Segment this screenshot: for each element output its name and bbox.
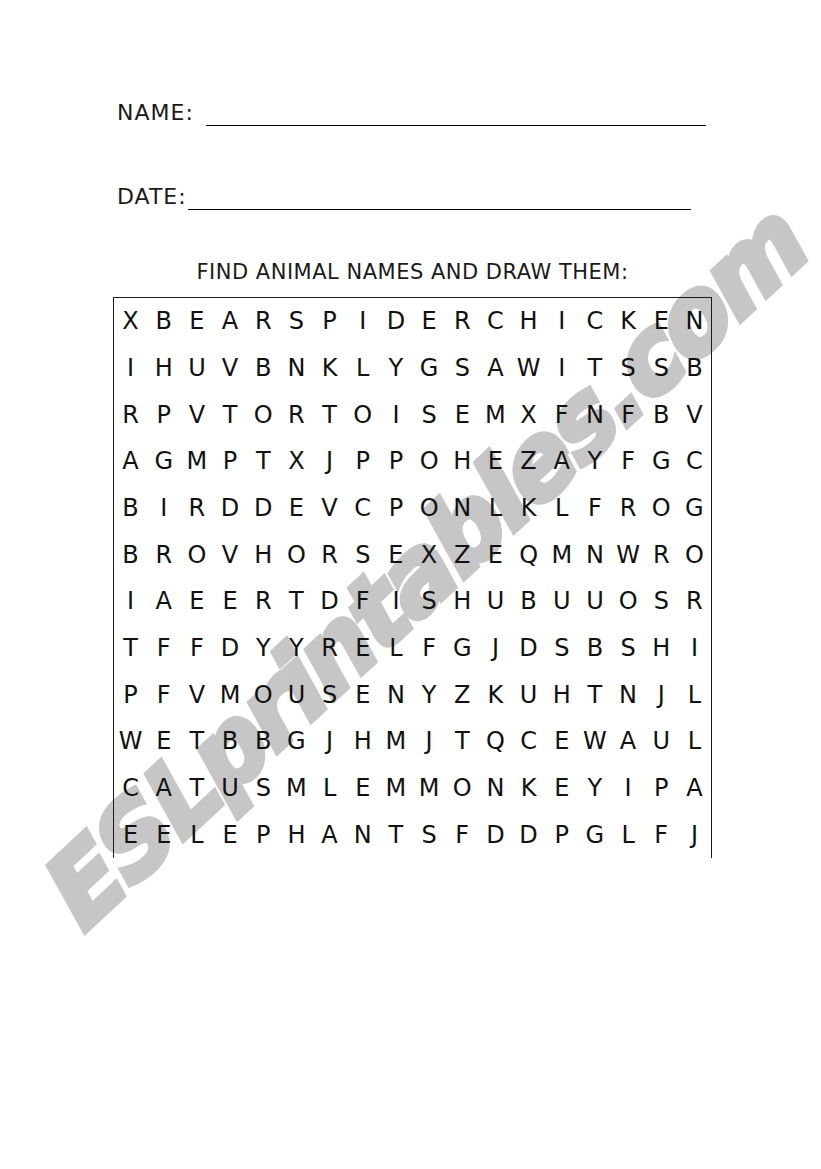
grid-cell-r5c18[interactable]: G (678, 485, 711, 532)
grid-cell-r1c18[interactable]: N (678, 298, 711, 345)
grid-cell-r8c7[interactable]: R (313, 625, 346, 672)
name-input-line[interactable] (206, 100, 706, 126)
grid-cell-r7c16[interactable]: O (612, 578, 645, 625)
grid-cell-r12c10[interactable]: S (413, 811, 446, 858)
grid-cell-r9c16[interactable]: N (612, 671, 645, 718)
grid-cell-r10c14[interactable]: E (545, 718, 578, 765)
grid-cell-r6c2[interactable]: R (147, 531, 180, 578)
grid-cell-r9c14[interactable]: H (545, 671, 578, 718)
grid-cell-r12c11[interactable]: F (446, 811, 479, 858)
grid-cell-r2c9[interactable]: Y (379, 345, 412, 392)
grid-cell-r8c4[interactable]: D (214, 625, 247, 672)
grid-cell-r2c7[interactable]: K (313, 345, 346, 392)
grid-cell-r10c15[interactable]: W (578, 718, 611, 765)
grid-cell-r4c4[interactable]: P (214, 438, 247, 485)
grid-cell-r1c11[interactable]: R (446, 298, 479, 345)
grid-cell-r7c2[interactable]: A (147, 578, 180, 625)
grid-cell-r9c11[interactable]: Z (446, 671, 479, 718)
grid-cell-r12c9[interactable]: T (379, 811, 412, 858)
grid-cell-r6c6[interactable]: O (280, 531, 313, 578)
grid-cell-r2c18[interactable]: B (678, 345, 711, 392)
grid-cell-r3c14[interactable]: F (545, 391, 578, 438)
grid-cell-r10c1[interactable]: W (114, 718, 147, 765)
grid-cell-r11c16[interactable]: I (612, 765, 645, 812)
grid-cell-r4c18[interactable]: C (678, 438, 711, 485)
grid-cell-r1c3[interactable]: E (180, 298, 213, 345)
worksheet-page: ESLprintables.com NAME: DATE: FIND ANIMA… (0, 0, 821, 1169)
grid-cell-r5c9[interactable]: P (379, 485, 412, 532)
grid-cell-r1c2[interactable]: B (147, 298, 180, 345)
date-field-row: DATE: (117, 184, 691, 210)
grid-cell-r2c14[interactable]: I (545, 345, 578, 392)
grid-cell-r4c5[interactable]: T (247, 438, 280, 485)
grid-cell-r12c16[interactable]: L (612, 811, 645, 858)
grid-cell-r5c10[interactable]: O (413, 485, 446, 532)
grid-cell-r5c14[interactable]: L (545, 485, 578, 532)
grid-cell-r7c6[interactable]: T (280, 578, 313, 625)
grid-cell-r4c9[interactable]: P (379, 438, 412, 485)
grid-cell-r10c9[interactable]: M (379, 718, 412, 765)
grid-cell-r3c15[interactable]: N (578, 391, 611, 438)
grid-cell-r1c1[interactable]: X (114, 298, 147, 345)
grid-cell-r3c11[interactable]: E (446, 391, 479, 438)
grid-cell-r4c16[interactable]: F (612, 438, 645, 485)
grid-cell-r9c4[interactable]: M (214, 671, 247, 718)
grid-cell-r8c1[interactable]: T (114, 625, 147, 672)
grid-cell-r2c17[interactable]: S (645, 345, 678, 392)
grid-cell-r6c8[interactable]: S (346, 531, 379, 578)
grid-cell-r8c13[interactable]: D (512, 625, 545, 672)
worksheet-content: NAME: DATE: FIND ANIMAL NAMES AND DRAW T… (0, 0, 821, 1169)
grid-cell-r6c16[interactable]: W (612, 531, 645, 578)
grid-cell-r11c17[interactable]: P (645, 765, 678, 812)
grid-cell-r6c3[interactable]: O (180, 531, 213, 578)
grid-cell-r10c12[interactable]: Q (479, 718, 512, 765)
grid-cell-r12c17[interactable]: F (645, 811, 678, 858)
grid-cell-r8c16[interactable]: S (612, 625, 645, 672)
grid-cell-r7c9[interactable]: I (379, 578, 412, 625)
grid-cell-r4c7[interactable]: J (313, 438, 346, 485)
grid-cell-r6c4[interactable]: V (214, 531, 247, 578)
grid-cell-r12c1[interactable]: E (114, 811, 147, 858)
grid-cell-r10c6[interactable]: G (280, 718, 313, 765)
grid-cell-r7c1[interactable]: I (114, 578, 147, 625)
grid-cell-r11c1[interactable]: C (114, 765, 147, 812)
grid-cell-r11c13[interactable]: K (512, 765, 545, 812)
grid-cell-r4c6[interactable]: X (280, 438, 313, 485)
grid-cell-r4c10[interactable]: O (413, 438, 446, 485)
grid-cell-r3c8[interactable]: O (346, 391, 379, 438)
grid-cell-r11c7[interactable]: L (313, 765, 346, 812)
grid-cell-r11c3[interactable]: T (180, 765, 213, 812)
grid-cell-r3c1[interactable]: R (114, 391, 147, 438)
grid-cell-r7c10[interactable]: S (413, 578, 446, 625)
grid-cell-r5c15[interactable]: F (578, 485, 611, 532)
grid-cell-r1c8[interactable]: I (346, 298, 379, 345)
grid-cell-r1c4[interactable]: A (214, 298, 247, 345)
grid-cell-r1c16[interactable]: K (612, 298, 645, 345)
grid-cell-r2c6[interactable]: N (280, 345, 313, 392)
date-label: DATE: (117, 186, 187, 210)
grid-cell-r5c5[interactable]: D (247, 485, 280, 532)
grid-cell-r9c5[interactable]: O (247, 671, 280, 718)
word-search-grid: XBEARSPIDERCHICKENIHUVBNKLYGSAWITSSBRPVT… (113, 297, 712, 858)
grid-cell-r6c14[interactable]: M (545, 531, 578, 578)
grid-cell-r6c11[interactable]: Z (446, 531, 479, 578)
grid-cell-r5c4[interactable]: D (214, 485, 247, 532)
grid-cell-r2c10[interactable]: G (413, 345, 446, 392)
grid-cell-r7c3[interactable]: E (180, 578, 213, 625)
grid-cell-r2c13[interactable]: W (512, 345, 545, 392)
grid-cell-r8c6[interactable]: Y (280, 625, 313, 672)
grid-cell-r9c2[interactable]: F (147, 671, 180, 718)
grid-cell-r8c17[interactable]: H (645, 625, 678, 672)
grid-cell-r4c15[interactable]: Y (578, 438, 611, 485)
grid-cell-r9c8[interactable]: E (346, 671, 379, 718)
grid-cell-r7c15[interactable]: U (578, 578, 611, 625)
grid-cell-r1c10[interactable]: E (413, 298, 446, 345)
grid-cell-r10c18[interactable]: L (678, 718, 711, 765)
grid-cell-r8c9[interactable]: L (379, 625, 412, 672)
grid-cell-r9c18[interactable]: L (678, 671, 711, 718)
grid-cell-r9c13[interactable]: U (512, 671, 545, 718)
grid-cell-r2c1[interactable]: I (114, 345, 147, 392)
grid-cell-r6c17[interactable]: R (645, 531, 678, 578)
grid-cell-r8c2[interactable]: F (147, 625, 180, 672)
grid-cell-r10c11[interactable]: T (446, 718, 479, 765)
grid-cell-r2c8[interactable]: L (346, 345, 379, 392)
grid-cell-r10c2[interactable]: E (147, 718, 180, 765)
name-field-row: NAME: (117, 100, 706, 126)
grid-cell-r9c6[interactable]: U (280, 671, 313, 718)
grid-cell-r2c3[interactable]: U (180, 345, 213, 392)
grid-cell-r10c16[interactable]: A (612, 718, 645, 765)
grid-cell-r5c12[interactable]: L (479, 485, 512, 532)
grid-cell-r11c8[interactable]: E (346, 765, 379, 812)
grid-cell-r1c5[interactable]: R (247, 298, 280, 345)
grid-cell-r4c3[interactable]: M (180, 438, 213, 485)
grid-cell-r8c11[interactable]: G (446, 625, 479, 672)
grid-cell-r12c14[interactable]: P (545, 811, 578, 858)
grid-cell-r11c9[interactable]: M (379, 765, 412, 812)
grid-cell-r12c6[interactable]: H (280, 811, 313, 858)
grid-cell-r3c6[interactable]: R (280, 391, 313, 438)
grid-cell-r11c14[interactable]: E (545, 765, 578, 812)
grid-cell-r8c14[interactable]: S (545, 625, 578, 672)
grid-cell-r4c13[interactable]: Z (512, 438, 545, 485)
grid-cell-r5c13[interactable]: K (512, 485, 545, 532)
grid-cell-r8c3[interactable]: F (180, 625, 213, 672)
grid-cell-r7c14[interactable]: U (545, 578, 578, 625)
grid-cell-r3c2[interactable]: P (147, 391, 180, 438)
grid-cell-r12c15[interactable]: G (578, 811, 611, 858)
grid-cell-r4c2[interactable]: G (147, 438, 180, 485)
grid-cell-r12c12[interactable]: D (479, 811, 512, 858)
grid-cell-r1c6[interactable]: S (280, 298, 313, 345)
grid-cell-r11c6[interactable]: M (280, 765, 313, 812)
grid-cell-r9c1[interactable]: P (114, 671, 147, 718)
grid-cell-r1c13[interactable]: H (512, 298, 545, 345)
grid-cell-r7c8[interactable]: F (346, 578, 379, 625)
grid-cell-r7c13[interactable]: B (512, 578, 545, 625)
grid-cell-r5c16[interactable]: R (612, 485, 645, 532)
grid-cell-r4c1[interactable]: A (114, 438, 147, 485)
grid-cell-r3c7[interactable]: T (313, 391, 346, 438)
grid-cell-r12c13[interactable]: D (512, 811, 545, 858)
grid-cell-r2c2[interactable]: H (147, 345, 180, 392)
grid-cell-r12c5[interactable]: P (247, 811, 280, 858)
grid-cell-r9c9[interactable]: N (379, 671, 412, 718)
grid-cell-r1c12[interactable]: C (479, 298, 512, 345)
grid-cell-r2c5[interactable]: B (247, 345, 280, 392)
grid-cell-r7c5[interactable]: R (247, 578, 280, 625)
grid-cell-r5c17[interactable]: O (645, 485, 678, 532)
grid-cell-r11c2[interactable]: A (147, 765, 180, 812)
grid-cell-r8c10[interactable]: F (413, 625, 446, 672)
grid-cell-r3c13[interactable]: X (512, 391, 545, 438)
grid-cell-r11c18[interactable]: A (678, 765, 711, 812)
grid-cell-r7c11[interactable]: H (446, 578, 479, 625)
grid-cell-r12c18[interactable]: J (678, 811, 711, 858)
grid-cell-r4c8[interactable]: P (346, 438, 379, 485)
grid-cell-r7c17[interactable]: S (645, 578, 678, 625)
grid-cell-r2c12[interactable]: A (479, 345, 512, 392)
grid-cell-r9c3[interactable]: V (180, 671, 213, 718)
grid-cell-r11c11[interactable]: O (446, 765, 479, 812)
grid-cell-r1c7[interactable]: P (313, 298, 346, 345)
grid-cell-r7c4[interactable]: E (214, 578, 247, 625)
grid-cell-r6c5[interactable]: H (247, 531, 280, 578)
grid-cell-r6c12[interactable]: E (479, 531, 512, 578)
grid-cell-r4c11[interactable]: H (446, 438, 479, 485)
grid-cell-r4c17[interactable]: G (645, 438, 678, 485)
grid-cell-r8c8[interactable]: E (346, 625, 379, 672)
grid-cell-r12c8[interactable]: N (346, 811, 379, 858)
grid-cell-r5c7[interactable]: V (313, 485, 346, 532)
grid-cell-r2c11[interactable]: S (446, 345, 479, 392)
name-label: NAME: (117, 102, 194, 126)
grid-cell-r11c4[interactable]: U (214, 765, 247, 812)
grid-cell-r12c3[interactable]: L (180, 811, 213, 858)
grid-cell-r6c10[interactable]: X (413, 531, 446, 578)
grid-cell-r8c15[interactable]: B (578, 625, 611, 672)
grid-cell-r5c6[interactable]: E (280, 485, 313, 532)
grid-cell-r3c16[interactable]: F (612, 391, 645, 438)
grid-cell-r12c7[interactable]: A (313, 811, 346, 858)
grid-cell-r10c10[interactable]: J (413, 718, 446, 765)
grid-cell-r3c3[interactable]: V (180, 391, 213, 438)
grid-cell-r9c12[interactable]: K (479, 671, 512, 718)
grid-cell-r5c3[interactable]: R (180, 485, 213, 532)
grid-cell-r7c18[interactable]: R (678, 578, 711, 625)
grid-cell-r3c4[interactable]: T (214, 391, 247, 438)
grid-cell-r4c14[interactable]: A (545, 438, 578, 485)
grid-cell-r11c12[interactable]: N (479, 765, 512, 812)
grid-cell-r8c12[interactable]: J (479, 625, 512, 672)
grid-cell-r9c15[interactable]: T (578, 671, 611, 718)
grid-cell-r11c15[interactable]: Y (578, 765, 611, 812)
grid-cell-r5c8[interactable]: C (346, 485, 379, 532)
grid-cell-r10c13[interactable]: C (512, 718, 545, 765)
grid-cell-r10c3[interactable]: T (180, 718, 213, 765)
grid-cell-r1c17[interactable]: E (645, 298, 678, 345)
grid-cell-r5c2[interactable]: I (147, 485, 180, 532)
grid-cell-r8c5[interactable]: Y (247, 625, 280, 672)
grid-cell-r3c17[interactable]: B (645, 391, 678, 438)
grid-cell-r3c5[interactable]: O (247, 391, 280, 438)
grid-cell-r10c5[interactable]: B (247, 718, 280, 765)
grid-cell-r9c10[interactable]: Y (413, 671, 446, 718)
grid-cell-r8c18[interactable]: I (678, 625, 711, 672)
grid-cell-r7c12[interactable]: U (479, 578, 512, 625)
grid-cell-r1c14[interactable]: I (545, 298, 578, 345)
grid-cell-r1c9[interactable]: D (379, 298, 412, 345)
grid-cell-r6c7[interactable]: R (313, 531, 346, 578)
grid-cell-r9c7[interactable]: S (313, 671, 346, 718)
grid-cell-r12c4[interactable]: E (214, 811, 247, 858)
grid-cell-r10c17[interactable]: U (645, 718, 678, 765)
grid-cell-r10c7[interactable]: J (313, 718, 346, 765)
grid-cell-r6c13[interactable]: Q (512, 531, 545, 578)
grid-cell-r4c12[interactable]: E (479, 438, 512, 485)
grid-cell-r12c2[interactable]: E (147, 811, 180, 858)
date-input-line[interactable] (188, 184, 691, 210)
grid-cell-r9c17[interactable]: J (645, 671, 678, 718)
grid-cell-r3c18[interactable]: V (678, 391, 711, 438)
grid-cell-r5c11[interactable]: N (446, 485, 479, 532)
grid-cell-r11c10[interactable]: M (413, 765, 446, 812)
grid-cell-r11c5[interactable]: S (247, 765, 280, 812)
grid-cell-r6c18[interactable]: O (678, 531, 711, 578)
grid-cell-r3c12[interactable]: M (479, 391, 512, 438)
grid-cell-r2c4[interactable]: V (214, 345, 247, 392)
grid-cell-r10c8[interactable]: H (346, 718, 379, 765)
grid-cell-r6c1[interactable]: B (114, 531, 147, 578)
grid-cell-r6c9[interactable]: E (379, 531, 412, 578)
grid-cell-r1c15[interactable]: C (578, 298, 611, 345)
grid-cell-r7c7[interactable]: D (313, 578, 346, 625)
grid-cell-r3c9[interactable]: I (379, 391, 412, 438)
grid-cell-r2c16[interactable]: S (612, 345, 645, 392)
grid-cell-r6c15[interactable]: N (578, 531, 611, 578)
puzzle-title: FIND ANIMAL NAMES AND DRAW THEM: (113, 260, 712, 284)
grid-cell-r10c4[interactable]: B (214, 718, 247, 765)
grid-cell-r5c1[interactable]: B (114, 485, 147, 532)
grid-cell-r3c10[interactable]: S (413, 391, 446, 438)
grid-cell-r2c15[interactable]: T (578, 345, 611, 392)
